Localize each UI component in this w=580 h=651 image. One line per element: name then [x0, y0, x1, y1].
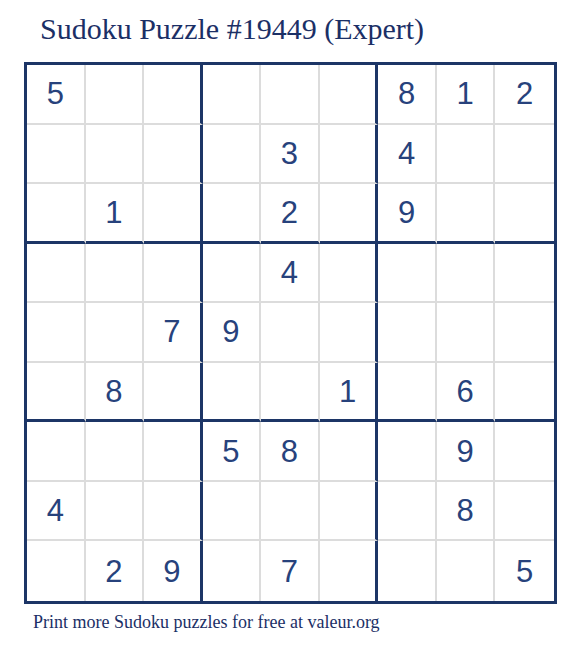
- cell-r2c8[interactable]: [437, 125, 496, 185]
- cell-r4c9[interactable]: [495, 244, 554, 304]
- cell-r3c8[interactable]: [437, 184, 496, 244]
- cell-r8c8[interactable]: 8: [437, 482, 496, 542]
- cell-r5c7[interactable]: [378, 303, 437, 363]
- cell-r1c3[interactable]: [144, 65, 203, 125]
- cell-r3c6[interactable]: [320, 184, 379, 244]
- cell-r9c9[interactable]: 5: [495, 541, 554, 601]
- cell-r4c3[interactable]: [144, 244, 203, 304]
- cell-r8c5[interactable]: [261, 482, 320, 542]
- cell-r6c1[interactable]: [27, 363, 86, 423]
- cell-r1c4[interactable]: [203, 65, 262, 125]
- cell-r3c7[interactable]: 9: [378, 184, 437, 244]
- cell-r6c7[interactable]: [378, 363, 437, 423]
- cell-r7c6[interactable]: [320, 422, 379, 482]
- cell-r1c2[interactable]: [86, 65, 145, 125]
- cell-r6c4[interactable]: [203, 363, 262, 423]
- cell-r4c5[interactable]: 4: [261, 244, 320, 304]
- cell-r9c4[interactable]: [203, 541, 262, 601]
- cell-r1c1[interactable]: 5: [27, 65, 86, 125]
- cell-r7c8[interactable]: 9: [437, 422, 496, 482]
- cell-r5c1[interactable]: [27, 303, 86, 363]
- cell-r5c4[interactable]: 9: [203, 303, 262, 363]
- cell-r6c9[interactable]: [495, 363, 554, 423]
- cell-r5c5[interactable]: [261, 303, 320, 363]
- cell-r5c3[interactable]: 7: [144, 303, 203, 363]
- cell-r9c7[interactable]: [378, 541, 437, 601]
- cell-r6c5[interactable]: [261, 363, 320, 423]
- cell-r9c5[interactable]: 7: [261, 541, 320, 601]
- cell-r6c2[interactable]: 8: [86, 363, 145, 423]
- cell-r4c6[interactable]: [320, 244, 379, 304]
- cell-r7c4[interactable]: 5: [203, 422, 262, 482]
- cell-r5c8[interactable]: [437, 303, 496, 363]
- sudoku-grid: 581234129479816589482975: [24, 62, 557, 604]
- cell-r2c1[interactable]: [27, 125, 86, 185]
- cell-r7c1[interactable]: [27, 422, 86, 482]
- cell-r3c3[interactable]: [144, 184, 203, 244]
- cell-r2c2[interactable]: [86, 125, 145, 185]
- cell-r8c4[interactable]: [203, 482, 262, 542]
- cell-r5c6[interactable]: [320, 303, 379, 363]
- cell-r8c3[interactable]: [144, 482, 203, 542]
- cell-r9c6[interactable]: [320, 541, 379, 601]
- cell-r8c7[interactable]: [378, 482, 437, 542]
- cell-r9c8[interactable]: [437, 541, 496, 601]
- cell-r7c2[interactable]: [86, 422, 145, 482]
- cell-r7c5[interactable]: 8: [261, 422, 320, 482]
- cell-r8c9[interactable]: [495, 482, 554, 542]
- page-title: Sudoku Puzzle #19449 (Expert): [40, 12, 424, 46]
- cell-r4c2[interactable]: [86, 244, 145, 304]
- cell-r8c2[interactable]: [86, 482, 145, 542]
- cell-r9c1[interactable]: [27, 541, 86, 601]
- cell-r4c4[interactable]: [203, 244, 262, 304]
- cell-r1c9[interactable]: 2: [495, 65, 554, 125]
- cell-r2c5[interactable]: 3: [261, 125, 320, 185]
- sudoku-page: Sudoku Puzzle #19449 (Expert) 5812341294…: [0, 0, 580, 651]
- cell-r1c5[interactable]: [261, 65, 320, 125]
- cell-r1c6[interactable]: [320, 65, 379, 125]
- cell-r4c7[interactable]: [378, 244, 437, 304]
- cell-r4c8[interactable]: [437, 244, 496, 304]
- cell-r2c4[interactable]: [203, 125, 262, 185]
- cell-r2c7[interactable]: 4: [378, 125, 437, 185]
- cell-r9c2[interactable]: 2: [86, 541, 145, 601]
- cell-r3c4[interactable]: [203, 184, 262, 244]
- cell-r6c6[interactable]: 1: [320, 363, 379, 423]
- cell-r3c2[interactable]: 1: [86, 184, 145, 244]
- cell-r9c3[interactable]: 9: [144, 541, 203, 601]
- cell-r7c7[interactable]: [378, 422, 437, 482]
- cell-r1c7[interactable]: 8: [378, 65, 437, 125]
- cell-r1c8[interactable]: 1: [437, 65, 496, 125]
- cell-r2c3[interactable]: [144, 125, 203, 185]
- cell-r6c8[interactable]: 6: [437, 363, 496, 423]
- cell-r7c9[interactable]: [495, 422, 554, 482]
- cell-r2c6[interactable]: [320, 125, 379, 185]
- cell-r3c5[interactable]: 2: [261, 184, 320, 244]
- cell-r8c1[interactable]: 4: [27, 482, 86, 542]
- cell-r2c9[interactable]: [495, 125, 554, 185]
- cell-r3c9[interactable]: [495, 184, 554, 244]
- cell-r6c3[interactable]: [144, 363, 203, 423]
- cell-r3c1[interactable]: [27, 184, 86, 244]
- cell-r7c3[interactable]: [144, 422, 203, 482]
- cell-r5c9[interactable]: [495, 303, 554, 363]
- footer-text: Print more Sudoku puzzles for free at va…: [33, 612, 380, 633]
- cell-r5c2[interactable]: [86, 303, 145, 363]
- cell-r4c1[interactable]: [27, 244, 86, 304]
- cell-r8c6[interactable]: [320, 482, 379, 542]
